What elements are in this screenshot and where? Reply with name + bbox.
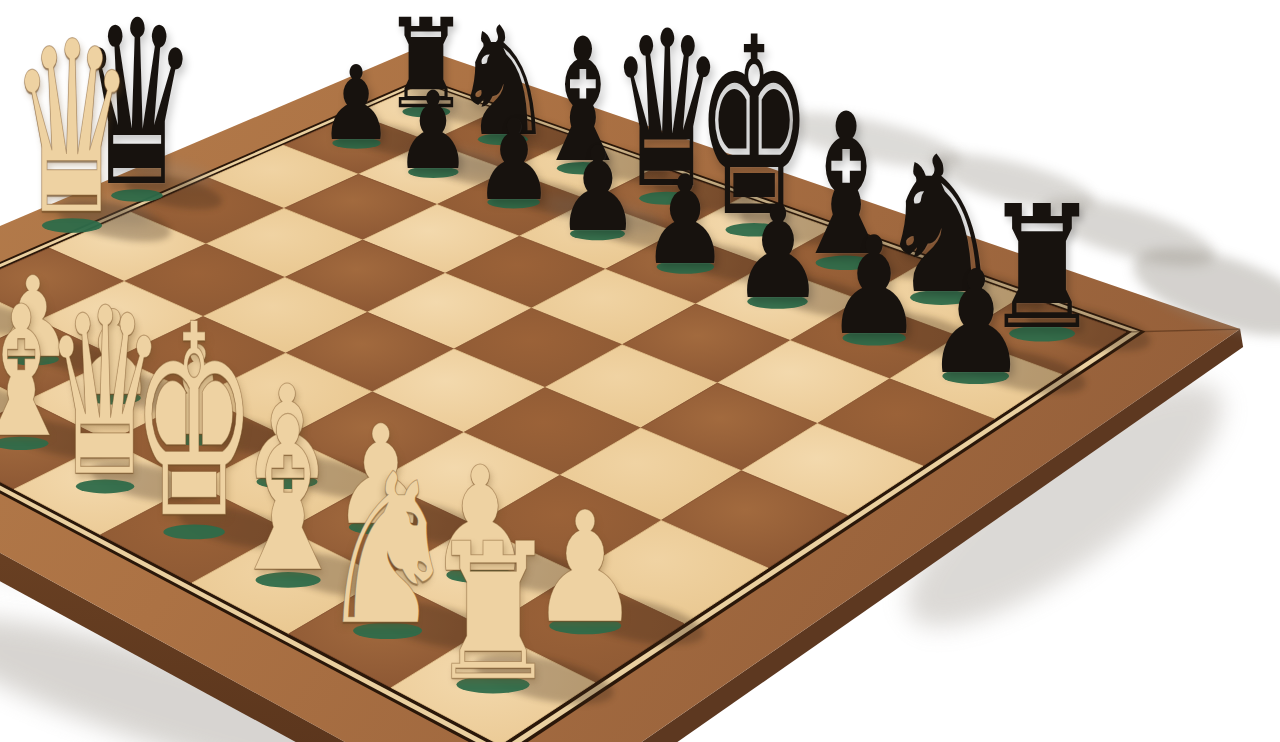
felt-base	[816, 256, 876, 270]
felt-base	[163, 525, 225, 540]
felt-base	[1009, 326, 1075, 342]
felt-base	[446, 567, 514, 583]
felt-base	[747, 294, 807, 309]
chess-set-photo: ♜♞♟♝♟♛♛♟♛♚♟♝♟♞♟♟♜♟♟♜♟♟♞♟♝♟♛♟♚♟♝♟♞♜	[0, 0, 1280, 742]
felt-base	[408, 166, 458, 178]
felt-base	[349, 519, 413, 534]
felt-base	[7, 353, 59, 366]
felt-base	[402, 106, 450, 117]
felt-base	[332, 137, 380, 149]
felt-base	[256, 572, 321, 588]
felt-base	[169, 432, 227, 446]
felt-base	[910, 290, 973, 305]
felt-base	[257, 474, 318, 489]
felt-base	[86, 391, 141, 404]
felt-base	[557, 162, 609, 175]
felt-base	[657, 260, 715, 274]
felt-base	[42, 218, 102, 232]
felt-base	[111, 189, 163, 201]
felt-base	[353, 623, 422, 640]
felt-base	[478, 133, 528, 145]
felt-base	[549, 617, 621, 634]
felt-base	[456, 676, 529, 694]
felt-base	[76, 479, 134, 493]
felt-base	[843, 330, 906, 345]
felt-base	[726, 223, 783, 237]
felt-base	[570, 227, 625, 240]
felt-base	[639, 192, 694, 205]
chess-board	[0, 0, 1280, 742]
felt-base	[942, 368, 1009, 384]
felt-base	[487, 196, 540, 209]
